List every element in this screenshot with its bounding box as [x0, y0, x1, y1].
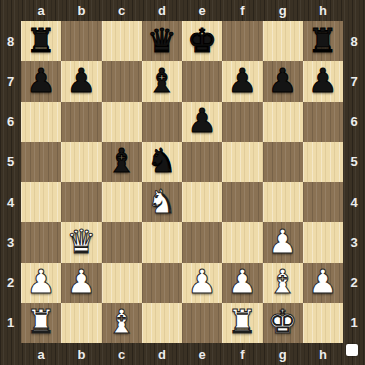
square-e7[interactable]: [182, 61, 222, 101]
file-label-d: d: [142, 343, 182, 365]
square-e1[interactable]: [182, 303, 222, 343]
black-pawn[interactable]: ♟: [268, 64, 298, 97]
square-d1[interactable]: [142, 303, 182, 343]
square-b1[interactable]: [61, 303, 101, 343]
black-bishop[interactable]: ♝: [107, 144, 137, 177]
square-e5[interactable]: [182, 142, 222, 182]
file-label-c: c: [102, 0, 142, 21]
square-a1[interactable]: ♜: [21, 303, 61, 343]
square-h6[interactable]: [303, 102, 343, 142]
square-g6[interactable]: [263, 102, 303, 142]
square-d2[interactable]: [142, 263, 182, 303]
square-f2[interactable]: ♟: [222, 263, 262, 303]
square-d3[interactable]: [142, 222, 182, 262]
rank-label-3: 3: [343, 222, 365, 262]
square-a2[interactable]: ♟: [21, 263, 61, 303]
black-king[interactable]: ♚: [187, 24, 217, 57]
square-f4[interactable]: [222, 182, 262, 222]
white-pawn[interactable]: ♟: [67, 265, 97, 298]
rank-label-8: 8: [343, 21, 365, 61]
square-e6[interactable]: ♟: [182, 102, 222, 142]
square-a3[interactable]: [21, 222, 61, 262]
square-h5[interactable]: [303, 142, 343, 182]
white-knight[interactable]: ♞: [147, 185, 177, 218]
square-f6[interactable]: [222, 102, 262, 142]
rank-label-1: 1: [343, 303, 365, 343]
square-h8[interactable]: ♜: [303, 21, 343, 61]
rank-label-7: 7: [343, 61, 365, 101]
white-queen[interactable]: ♛: [67, 225, 97, 258]
file-label-c: c: [102, 343, 142, 365]
square-g1[interactable]: ♚: [263, 303, 303, 343]
white-pawn[interactable]: ♟: [228, 265, 258, 298]
white-pawn[interactable]: ♟: [308, 265, 338, 298]
square-c5[interactable]: ♝: [102, 142, 142, 182]
rank-labels-left: 87654321: [0, 21, 21, 343]
rank-label-2: 2: [343, 263, 365, 303]
square-b2[interactable]: ♟: [61, 263, 101, 303]
square-e8[interactable]: ♚: [182, 21, 222, 61]
square-e3[interactable]: [182, 222, 222, 262]
square-d7[interactable]: ♝: [142, 61, 182, 101]
chess-board: ♜♛♚♜♟♟♝♟♟♟♟♝♞♞♛♟♟♟♟♟♝♟♜♝♜♚: [21, 21, 343, 343]
square-h4[interactable]: [303, 182, 343, 222]
square-e2[interactable]: ♟: [182, 263, 222, 303]
black-pawn[interactable]: ♟: [308, 64, 338, 97]
white-bishop[interactable]: ♝: [268, 265, 298, 298]
rank-label-4: 4: [0, 182, 21, 222]
file-label-h: h: [303, 343, 343, 365]
square-c8[interactable]: [102, 21, 142, 61]
white-king[interactable]: ♚: [268, 305, 298, 338]
file-label-f: f: [222, 343, 262, 365]
rank-label-5: 5: [343, 142, 365, 182]
rank-label-7: 7: [0, 61, 21, 101]
white-bishop[interactable]: ♝: [107, 305, 137, 338]
square-a4[interactable]: [21, 182, 61, 222]
square-g2[interactable]: ♝: [263, 263, 303, 303]
file-label-b: b: [61, 343, 101, 365]
file-label-a: a: [21, 343, 61, 365]
square-a5[interactable]: [21, 142, 61, 182]
file-label-h: h: [303, 0, 343, 21]
chess-board-frame: abcdefgh abcdefgh 87654321 87654321 ♜♛♚♜…: [0, 0, 365, 365]
square-d5[interactable]: ♞: [142, 142, 182, 182]
file-label-e: e: [182, 0, 222, 21]
square-b3[interactable]: ♛: [61, 222, 101, 262]
square-c4[interactable]: [102, 182, 142, 222]
file-labels-top: abcdefgh: [21, 0, 343, 21]
black-pawn[interactable]: ♟: [26, 64, 56, 97]
black-knight[interactable]: ♞: [147, 144, 177, 177]
black-rook[interactable]: ♜: [26, 24, 56, 57]
square-d4[interactable]: ♞: [142, 182, 182, 222]
square-c7[interactable]: [102, 61, 142, 101]
square-h1[interactable]: [303, 303, 343, 343]
rank-label-6: 6: [343, 102, 365, 142]
file-label-g: g: [263, 343, 303, 365]
square-c2[interactable]: [102, 263, 142, 303]
square-c1[interactable]: ♝: [102, 303, 142, 343]
square-d8[interactable]: ♛: [142, 21, 182, 61]
rank-label-5: 5: [0, 142, 21, 182]
square-f5[interactable]: [222, 142, 262, 182]
square-b8[interactable]: [61, 21, 101, 61]
square-c3[interactable]: [102, 222, 142, 262]
square-f8[interactable]: [222, 21, 262, 61]
square-a8[interactable]: ♜: [21, 21, 61, 61]
square-h3[interactable]: [303, 222, 343, 262]
file-label-a: a: [21, 0, 61, 21]
black-pawn[interactable]: ♟: [187, 104, 217, 137]
white-to-move-indicator: [346, 344, 358, 356]
square-f3[interactable]: [222, 222, 262, 262]
black-pawn[interactable]: ♟: [67, 64, 97, 97]
square-g7[interactable]: ♟: [263, 61, 303, 101]
file-label-f: f: [222, 0, 262, 21]
square-c6[interactable]: [102, 102, 142, 142]
file-label-d: d: [142, 0, 182, 21]
square-a6[interactable]: [21, 102, 61, 142]
square-g8[interactable]: [263, 21, 303, 61]
black-bishop[interactable]: ♝: [147, 64, 177, 97]
file-label-e: e: [182, 343, 222, 365]
rank-label-8: 8: [0, 21, 21, 61]
square-h7[interactable]: ♟: [303, 61, 343, 101]
rank-label-2: 2: [0, 263, 21, 303]
square-f7[interactable]: ♟: [222, 61, 262, 101]
rank-label-6: 6: [0, 102, 21, 142]
square-g4[interactable]: [263, 182, 303, 222]
square-g5[interactable]: [263, 142, 303, 182]
square-b4[interactable]: [61, 182, 101, 222]
black-pawn[interactable]: ♟: [228, 64, 258, 97]
square-f1[interactable]: ♜: [222, 303, 262, 343]
file-label-g: g: [263, 0, 303, 21]
rank-label-4: 4: [343, 182, 365, 222]
white-rook[interactable]: ♜: [228, 305, 258, 338]
square-h2[interactable]: ♟: [303, 263, 343, 303]
white-pawn[interactable]: ♟: [268, 225, 298, 258]
rank-label-1: 1: [0, 303, 21, 343]
square-b6[interactable]: [61, 102, 101, 142]
white-pawn[interactable]: ♟: [187, 265, 217, 298]
square-d6[interactable]: [142, 102, 182, 142]
square-e4[interactable]: [182, 182, 222, 222]
file-label-b: b: [61, 0, 101, 21]
rank-labels-right: 87654321: [343, 21, 365, 343]
square-a7[interactable]: ♟: [21, 61, 61, 101]
square-b5[interactable]: [61, 142, 101, 182]
black-rook[interactable]: ♜: [308, 24, 338, 57]
rank-label-3: 3: [0, 222, 21, 262]
white-rook[interactable]: ♜: [26, 305, 56, 338]
black-queen[interactable]: ♛: [147, 24, 177, 57]
white-pawn[interactable]: ♟: [26, 265, 56, 298]
square-g3[interactable]: ♟: [263, 222, 303, 262]
file-labels-bottom: abcdefgh: [21, 343, 343, 365]
square-b7[interactable]: ♟: [61, 61, 101, 101]
